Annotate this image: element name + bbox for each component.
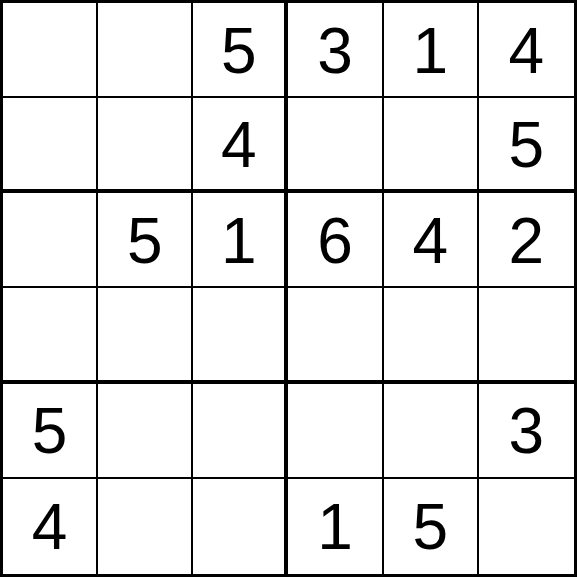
cell-r5c3[interactable] [193,384,288,479]
given-digit: 4 [32,495,68,559]
cell-r4c3[interactable] [193,288,288,383]
cell-r5c4[interactable] [288,384,383,479]
cell-r3c1[interactable] [3,193,98,288]
given-digit: 1 [317,495,353,559]
cell-r4c5[interactable] [384,288,479,383]
cell-r5c6[interactable]: 3 [479,384,574,479]
cell-r6c6[interactable] [479,479,574,574]
cell-r4c6[interactable] [479,288,574,383]
cell-r1c5[interactable]: 1 [384,3,479,98]
cell-r1c4[interactable]: 3 [288,3,383,98]
cell-r3c6[interactable]: 2 [479,193,574,288]
cell-r2c5[interactable] [384,98,479,193]
cell-r6c3[interactable] [193,479,288,574]
cell-r2c4[interactable] [288,98,383,193]
cell-r2c1[interactable] [3,98,98,193]
given-digit: 1 [221,209,257,273]
cell-r1c2[interactable] [98,3,193,98]
given-digit: 5 [412,495,448,559]
given-digit: 5 [127,209,163,273]
cell-r6c1[interactable]: 4 [3,479,98,574]
given-digit: 5 [509,113,545,177]
cell-r3c5[interactable]: 4 [384,193,479,288]
sudoku-board: 5314455164253415 [0,0,577,577]
given-digit: 3 [317,19,353,83]
given-digit: 4 [412,209,448,273]
cell-r1c1[interactable] [3,3,98,98]
cell-r2c3[interactable]: 4 [193,98,288,193]
given-digit: 5 [221,19,257,83]
cell-r3c4[interactable]: 6 [288,193,383,288]
given-digit: 4 [221,113,257,177]
cell-r2c2[interactable] [98,98,193,193]
cell-r6c4[interactable]: 1 [288,479,383,574]
cell-r3c3[interactable]: 1 [193,193,288,288]
cell-r6c5[interactable]: 5 [384,479,479,574]
cell-r5c2[interactable] [98,384,193,479]
given-digit: 5 [32,399,68,463]
cell-r1c3[interactable]: 5 [193,3,288,98]
given-digit: 2 [509,209,545,273]
cell-r6c2[interactable] [98,479,193,574]
cell-r3c2[interactable]: 5 [98,193,193,288]
given-digit: 3 [509,399,545,463]
cell-r5c1[interactable]: 5 [3,384,98,479]
cell-r2c6[interactable]: 5 [479,98,574,193]
cell-r4c2[interactable] [98,288,193,383]
given-digit: 1 [412,19,448,83]
given-digit: 6 [317,209,353,273]
cell-r5c5[interactable] [384,384,479,479]
given-digit: 4 [509,19,545,83]
cell-r1c6[interactable]: 4 [479,3,574,98]
cell-r4c4[interactable] [288,288,383,383]
cell-r4c1[interactable] [3,288,98,383]
